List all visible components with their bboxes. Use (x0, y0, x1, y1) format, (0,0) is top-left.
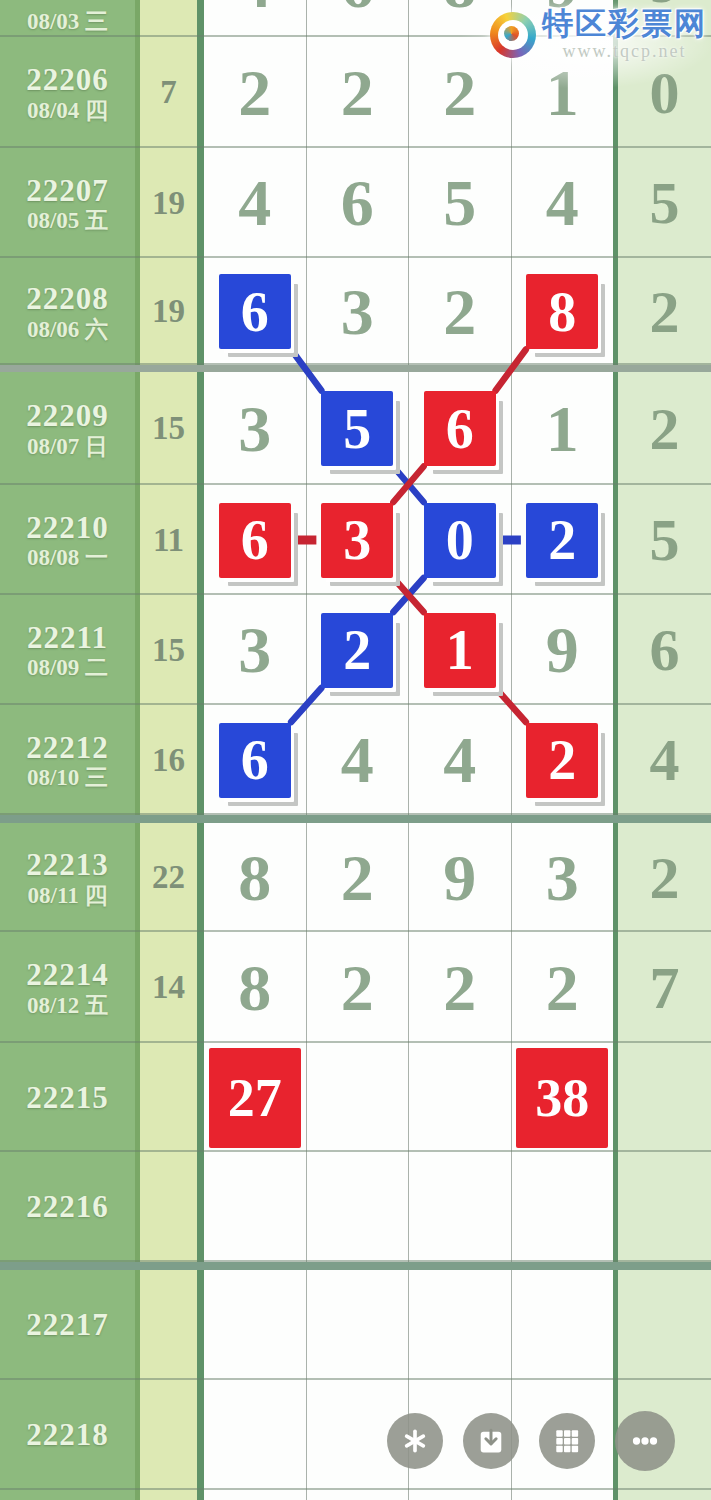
date-label: 08/05 五 (27, 208, 108, 233)
digit-cell (408, 1490, 511, 1500)
digit-cell: 3 (204, 372, 306, 485)
period-label: 22207 (26, 173, 109, 209)
digit-value: 2 (238, 60, 271, 126)
thick-column-border (197, 1043, 204, 1152)
table-row: 2221408/12 五1482227 (0, 932, 711, 1043)
thick-column-border (197, 372, 204, 485)
digit-cell: 2 (204, 37, 306, 148)
digit-value: 6 (341, 170, 374, 236)
digit-cell: 4 (408, 705, 511, 815)
digit-value: 2 (341, 60, 374, 126)
digit-cell: 4 (306, 705, 409, 815)
extra-digit-cell: 5 (618, 485, 711, 595)
thick-column-border (197, 1270, 204, 1380)
digit-value: 3 (238, 396, 271, 462)
digit-value: 8 (238, 955, 271, 1021)
sum-cell (140, 0, 197, 37)
highlight-box-blue: 6 (219, 723, 291, 798)
sum-cell (140, 1270, 197, 1380)
extra-digit-value: 2 (650, 282, 680, 342)
sum-cell: 22 (140, 823, 197, 932)
digit-value: 2 (546, 955, 579, 1021)
floating-action-buttons (0, 1413, 711, 1471)
section-divider (0, 365, 711, 372)
digit-cell: 1 (511, 372, 614, 485)
digit-cell (306, 1490, 409, 1500)
trend-chart-table: 08/03 三468992220608/04 四7222102220708/05… (0, 0, 711, 1500)
section-divider (0, 815, 711, 823)
digit-cell: 9 (408, 823, 511, 932)
digit-cell: 5 (306, 372, 409, 485)
more-button[interactable] (615, 1411, 675, 1471)
sum-cell: 15 (140, 595, 197, 705)
highlight-box-blue: 6 (219, 274, 291, 349)
table-row: 2220708/05 五1946545 (0, 148, 711, 258)
digit-cell: 6 (306, 148, 409, 258)
highlight-box-blue: 0 (424, 503, 496, 578)
period-label: 22214 (26, 957, 109, 993)
period-cell: 2221108/09 二 (0, 595, 135, 705)
highlight-box-blue: 2 (526, 503, 598, 578)
period-cell: 22216 (0, 1152, 135, 1262)
download-icon (475, 1425, 507, 1457)
date-label: 08/04 四 (27, 98, 108, 123)
digit-value: 8 (238, 845, 271, 911)
digit-cell (408, 1043, 511, 1152)
digit-cell (204, 1270, 306, 1380)
date-label: 08/10 三 (27, 765, 108, 790)
digit-value: 9 (546, 617, 579, 683)
digit-cells: 6302 (204, 485, 613, 595)
digit-cell: 3 (511, 823, 614, 932)
digit-cell: 1 (408, 595, 511, 705)
extra-digit-cell: 2 (618, 258, 711, 365)
digit-cell (306, 1043, 409, 1152)
period-label: 22210 (26, 510, 109, 546)
sum-cell (140, 1490, 197, 1500)
date-label: 08/06 六 (27, 317, 108, 342)
sum-cell: 7 (140, 37, 197, 148)
thick-column-border (197, 823, 204, 932)
period-cell: 2221208/10 三 (0, 705, 135, 815)
digit-cell (204, 1490, 306, 1500)
digit-cell: 3 (306, 258, 409, 365)
highlight-box-red: 8 (526, 274, 598, 349)
table-row: 222152738 (0, 1043, 711, 1152)
period-label: 22217 (26, 1307, 109, 1343)
thick-column-border (197, 148, 204, 258)
period-label: 22206 (26, 62, 109, 98)
highlight-box-red: 27 (209, 1048, 301, 1148)
digit-cell (511, 1152, 614, 1262)
period-label: 22213 (26, 847, 109, 883)
period-cell: 2221408/12 五 (0, 932, 135, 1043)
digit-value: 4 (238, 170, 271, 236)
digit-cell: 6 (204, 705, 306, 815)
digit-cell: 4 (511, 148, 614, 258)
digit-value: 1 (546, 396, 579, 462)
digit-value: 3 (238, 617, 271, 683)
digit-cells (204, 1270, 613, 1380)
extra-digit-value: 2 (650, 848, 680, 908)
date-label: 08/07 日 (27, 434, 108, 459)
more-icon (628, 1424, 662, 1458)
period-cell: 2220608/04 四 (0, 37, 135, 148)
digit-value: 3 (341, 279, 374, 345)
period-cell (0, 1490, 135, 1500)
thick-column-border (197, 705, 204, 815)
digit-value: 5 (443, 170, 476, 236)
section-divider (0, 1262, 711, 1270)
highlight-box-red: 38 (516, 1048, 608, 1148)
period-label: 22209 (26, 398, 109, 434)
period-cell: 2220708/05 五 (0, 148, 135, 258)
table-row: 2221308/11 四2282932 (0, 823, 711, 932)
site-url: www.tqcp.net (542, 41, 707, 63)
period-label: 22215 (26, 1080, 109, 1116)
digit-value: 4 (341, 727, 374, 793)
thick-column-border (197, 1152, 204, 1262)
digit-cell: 2 (306, 595, 409, 705)
digit-cell (511, 1270, 614, 1380)
date-label: 08/12 五 (27, 993, 108, 1018)
period-cell: 2220908/07 日 (0, 372, 135, 485)
extra-digit-cell (618, 1043, 711, 1152)
highlight-box-blue: 2 (321, 613, 393, 688)
digit-cell: 8 (204, 823, 306, 932)
digit-value: 2 (443, 279, 476, 345)
extra-digit-value: 2 (650, 399, 680, 459)
date-label: 08/08 一 (27, 545, 108, 570)
digit-value: 9 (443, 845, 476, 911)
thick-column-border (197, 595, 204, 705)
digit-cell: 2 (408, 258, 511, 365)
digit-cell: 6 (204, 485, 306, 595)
digit-value: 4 (204, 0, 306, 18)
extra-digit-cell: 2 (618, 823, 711, 932)
table-row: 22217 (0, 1270, 711, 1380)
thick-column-border (197, 1490, 204, 1500)
digit-cell: 6 (306, 0, 409, 37)
digit-value: 3 (546, 845, 579, 911)
extra-digit-value: 4 (650, 730, 680, 790)
extra-digit-cell (618, 1270, 711, 1380)
sum-cell: 19 (140, 148, 197, 258)
table-row (0, 1490, 711, 1500)
highlight-box-red: 3 (321, 503, 393, 578)
period-cell: 22215 (0, 1043, 135, 1152)
digit-cell: 4 (204, 148, 306, 258)
digit-cell: 2 (511, 485, 614, 595)
digit-cell: 2 (408, 932, 511, 1043)
highlight-box-red: 2 (526, 723, 598, 798)
grid-menu-button[interactable] (539, 1413, 595, 1469)
digit-cells (204, 1152, 613, 1262)
digit-cell: 8 (511, 258, 614, 365)
highlight-box-red: 6 (219, 503, 291, 578)
thick-column-border (197, 258, 204, 365)
digit-cells: 6328 (204, 258, 613, 365)
digit-value: 4 (546, 170, 579, 236)
sum-cell: 14 (140, 932, 197, 1043)
digit-cell: 4 (204, 0, 306, 37)
digit-cell: 5 (408, 148, 511, 258)
period-cell: 2220808/06 六 (0, 258, 135, 365)
digit-cell: 6 (408, 372, 511, 485)
digit-cell: 2 (511, 932, 614, 1043)
digit-cell (204, 1152, 306, 1262)
date-label: 08/11 四 (28, 883, 108, 908)
digit-cell: 6 (204, 258, 306, 365)
digit-cell: 2 (306, 37, 409, 148)
sum-cell (140, 1152, 197, 1262)
period-label: 22212 (26, 730, 109, 766)
digit-cells: 3561 (204, 372, 613, 485)
asterisk-button[interactable] (387, 1413, 443, 1469)
sum-cell (140, 1043, 197, 1152)
period-label: 22211 (27, 620, 108, 656)
digit-cells: 6442 (204, 705, 613, 815)
period-cell: 22217 (0, 1270, 135, 1380)
site-logo-swirl-icon (490, 12, 536, 58)
thick-column-border (197, 932, 204, 1043)
digit-cell (408, 1152, 511, 1262)
extra-digit-cell: 2 (618, 372, 711, 485)
extra-digit-cell: 5 (618, 148, 711, 258)
site-watermark: 特区彩票网 www.tqcp.net (490, 8, 707, 62)
digit-cell: 27 (204, 1043, 306, 1152)
highlight-box-red: 6 (424, 391, 496, 466)
extra-digit-value: 5 (650, 173, 680, 233)
sum-cell: 19 (140, 258, 197, 365)
digit-cell (306, 1270, 409, 1380)
extra-digit-value: 7 (650, 958, 680, 1018)
digit-cell: 2 (511, 705, 614, 815)
digit-cell: 2 (306, 932, 409, 1043)
table-row: 22216 (0, 1152, 711, 1262)
digit-cells: 8293 (204, 823, 613, 932)
extra-digit-cell (618, 1490, 711, 1500)
thick-column-border (197, 37, 204, 148)
period-cell: 2221308/11 四 (0, 823, 135, 932)
digit-value: 2 (341, 955, 374, 1021)
extra-digit-cell: 7 (618, 932, 711, 1043)
sum-cell: 15 (140, 372, 197, 485)
digit-cell: 38 (511, 1043, 614, 1152)
digit-value: 6 (307, 0, 409, 18)
table-row: 2221108/09 二1532196 (0, 595, 711, 705)
period-cell: 08/03 三 (0, 0, 135, 37)
table-row: 2221008/08 一1163025 (0, 485, 711, 595)
digit-cell: 8 (204, 932, 306, 1043)
extra-digit-cell (618, 1152, 711, 1262)
extra-digit-value: 5 (650, 510, 680, 570)
sum-cell: 11 (140, 485, 197, 595)
extra-digit-cell: 4 (618, 705, 711, 815)
table-row: 2220908/07 日1535612 (0, 372, 711, 485)
grid-icon (552, 1426, 582, 1456)
extra-digit-cell: 6 (618, 595, 711, 705)
period-cell: 2221008/08 一 (0, 485, 135, 595)
digit-cell: 3 (204, 595, 306, 705)
highlight-box-red: 1 (424, 613, 496, 688)
digit-value: 2 (443, 955, 476, 1021)
thick-column-border (197, 485, 204, 595)
digit-cell (408, 1270, 511, 1380)
site-name: 特区彩票网 (542, 8, 707, 41)
digit-cell: 3 (306, 485, 409, 595)
digit-cells (204, 1490, 613, 1500)
digit-cell (306, 1152, 409, 1262)
period-label: 22216 (26, 1189, 109, 1225)
period-label: 22208 (26, 281, 109, 317)
table-row: 2221208/10 三1664424 (0, 705, 711, 815)
table-row: 2220808/06 六1963282 (0, 258, 711, 365)
extra-digit-value: 6 (650, 620, 680, 680)
digit-cells: 3219 (204, 595, 613, 705)
date-label: 08/09 二 (27, 655, 108, 680)
digit-cell: 2 (306, 823, 409, 932)
download-button[interactable] (463, 1413, 519, 1469)
digit-cells: 4654 (204, 148, 613, 258)
date-label: 08/03 三 (27, 9, 108, 34)
digit-cells: 2738 (204, 1043, 613, 1152)
digit-value: 2 (341, 845, 374, 911)
digit-value: 4 (443, 727, 476, 793)
highlight-box-blue: 5 (321, 391, 393, 466)
digit-cell: 0 (408, 485, 511, 595)
asterisk-icon (400, 1426, 430, 1456)
digit-cell: 9 (511, 595, 614, 705)
digit-cells: 8222 (204, 932, 613, 1043)
thick-column-border (197, 0, 204, 37)
digit-cell (511, 1490, 614, 1500)
sum-cell: 16 (140, 705, 197, 815)
